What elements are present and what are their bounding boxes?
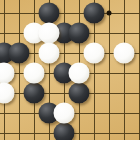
grid-line-vertical bbox=[19, 0, 20, 140]
black-stone[interactable] bbox=[38, 3, 59, 24]
white-stone[interactable] bbox=[53, 103, 74, 124]
black-stone[interactable] bbox=[53, 123, 74, 141]
black-stone[interactable] bbox=[83, 3, 104, 24]
black-stone[interactable] bbox=[23, 83, 44, 104]
grid-line-vertical bbox=[124, 0, 125, 140]
white-stone[interactable] bbox=[83, 43, 104, 64]
white-stone[interactable] bbox=[68, 63, 89, 84]
white-stone[interactable] bbox=[23, 63, 44, 84]
black-stone[interactable] bbox=[68, 23, 89, 44]
star-point bbox=[106, 11, 111, 16]
white-stone[interactable] bbox=[0, 63, 14, 84]
white-stone[interactable] bbox=[0, 83, 14, 104]
grid-line-vertical bbox=[139, 0, 140, 140]
black-stone[interactable] bbox=[68, 83, 89, 104]
white-stone[interactable] bbox=[113, 43, 134, 64]
black-stone[interactable] bbox=[8, 43, 29, 64]
white-stone[interactable] bbox=[38, 43, 59, 64]
grid-line-vertical bbox=[109, 0, 110, 140]
grid-line-horizontal bbox=[0, 13, 140, 14]
white-stone[interactable] bbox=[38, 23, 59, 44]
go-board[interactable] bbox=[0, 0, 140, 140]
